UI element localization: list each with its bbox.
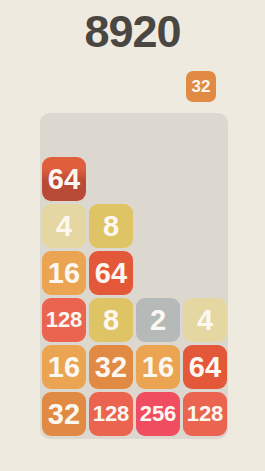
tile-128: 128 bbox=[89, 392, 133, 436]
tile-2: 2 bbox=[136, 298, 180, 342]
tile-64: 64 bbox=[89, 251, 133, 295]
tile-32: 32 bbox=[89, 345, 133, 389]
tile-8: 8 bbox=[89, 298, 133, 342]
tile-4: 4 bbox=[42, 204, 86, 248]
tile-64: 64 bbox=[42, 157, 86, 201]
tile-16: 16 bbox=[42, 251, 86, 295]
tile-128: 128 bbox=[183, 392, 227, 436]
falling-tile[interactable]: 32 bbox=[186, 71, 216, 102]
tile-4: 4 bbox=[183, 298, 227, 342]
game-screen: { "game": "2048 bricks (falling-tile 204… bbox=[0, 0, 265, 471]
tile-32: 32 bbox=[42, 392, 86, 436]
score: 8920 bbox=[0, 9, 265, 54]
tile-16: 16 bbox=[42, 345, 86, 389]
tile-256: 256 bbox=[136, 392, 180, 436]
tile-8: 8 bbox=[89, 204, 133, 248]
game-board[interactable]: 644816641288241632166432128256128 bbox=[40, 113, 228, 439]
tile-64: 64 bbox=[183, 345, 227, 389]
tile-128: 128 bbox=[42, 298, 86, 342]
tile-16: 16 bbox=[136, 345, 180, 389]
